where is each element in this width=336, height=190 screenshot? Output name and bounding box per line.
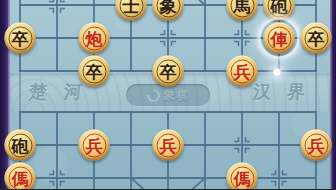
piece-glyph: 象 — [160, 0, 177, 14]
piece-glyph: 兵 — [308, 136, 325, 154]
piece-glyph: 砲 — [12, 136, 29, 154]
piece-glyph: 兵 — [234, 62, 251, 80]
piece-glyph: 士 — [123, 0, 140, 14]
black-horse[interactable]: 馬 — [227, 0, 258, 21]
piece-glyph: 卒 — [86, 62, 103, 80]
black-elephant[interactable]: 象 — [153, 0, 184, 21]
black-soldier[interactable]: 卒 — [153, 56, 184, 87]
black-advisor[interactable]: 士 — [116, 0, 147, 21]
red-soldier[interactable]: 兵 — [79, 130, 110, 161]
piece-glyph: 炮 — [86, 29, 103, 47]
black-cannon[interactable]: 砲 — [264, 0, 295, 21]
red-horse[interactable]: 傌 — [227, 163, 258, 190]
piece-glyph: 俥 — [271, 29, 288, 47]
piece-glyph: 傌 — [234, 169, 251, 187]
piece-glyph: 兵 — [160, 136, 177, 154]
piece-glyph: 卒 — [160, 62, 177, 80]
red-horse[interactable]: 傌 — [5, 163, 36, 190]
xiangqi-board[interactable]: 楚 河 汉 界 象棋 士象馬砲卒炮俥卒卒卒兵砲兵兵兵傌傌 — [0, 0, 336, 189]
piece-glyph: 兵 — [86, 136, 103, 154]
black-soldier[interactable]: 卒 — [5, 23, 36, 54]
piece-glyph: 馬 — [234, 0, 251, 14]
piece-glyph: 卒 — [12, 29, 29, 47]
black-cannon[interactable]: 砲 — [5, 130, 36, 161]
red-soldier[interactable]: 兵 — [227, 56, 258, 87]
red-cannon[interactable]: 炮 — [79, 23, 110, 54]
pieces-layer: 士象馬砲卒炮俥卒卒卒兵砲兵兵兵傌傌 — [0, 0, 336, 189]
red-chariot[interactable]: 俥 — [264, 23, 295, 54]
piece-glyph: 傌 — [12, 169, 29, 187]
black-soldier[interactable]: 卒 — [79, 56, 110, 87]
black-soldier[interactable]: 卒 — [301, 23, 332, 54]
piece-glyph: 砲 — [271, 0, 288, 14]
piece-glyph: 卒 — [308, 29, 325, 47]
red-soldier[interactable]: 兵 — [301, 130, 332, 161]
red-soldier[interactable]: 兵 — [153, 130, 184, 161]
move-indicator-dot[interactable] — [273, 68, 281, 76]
